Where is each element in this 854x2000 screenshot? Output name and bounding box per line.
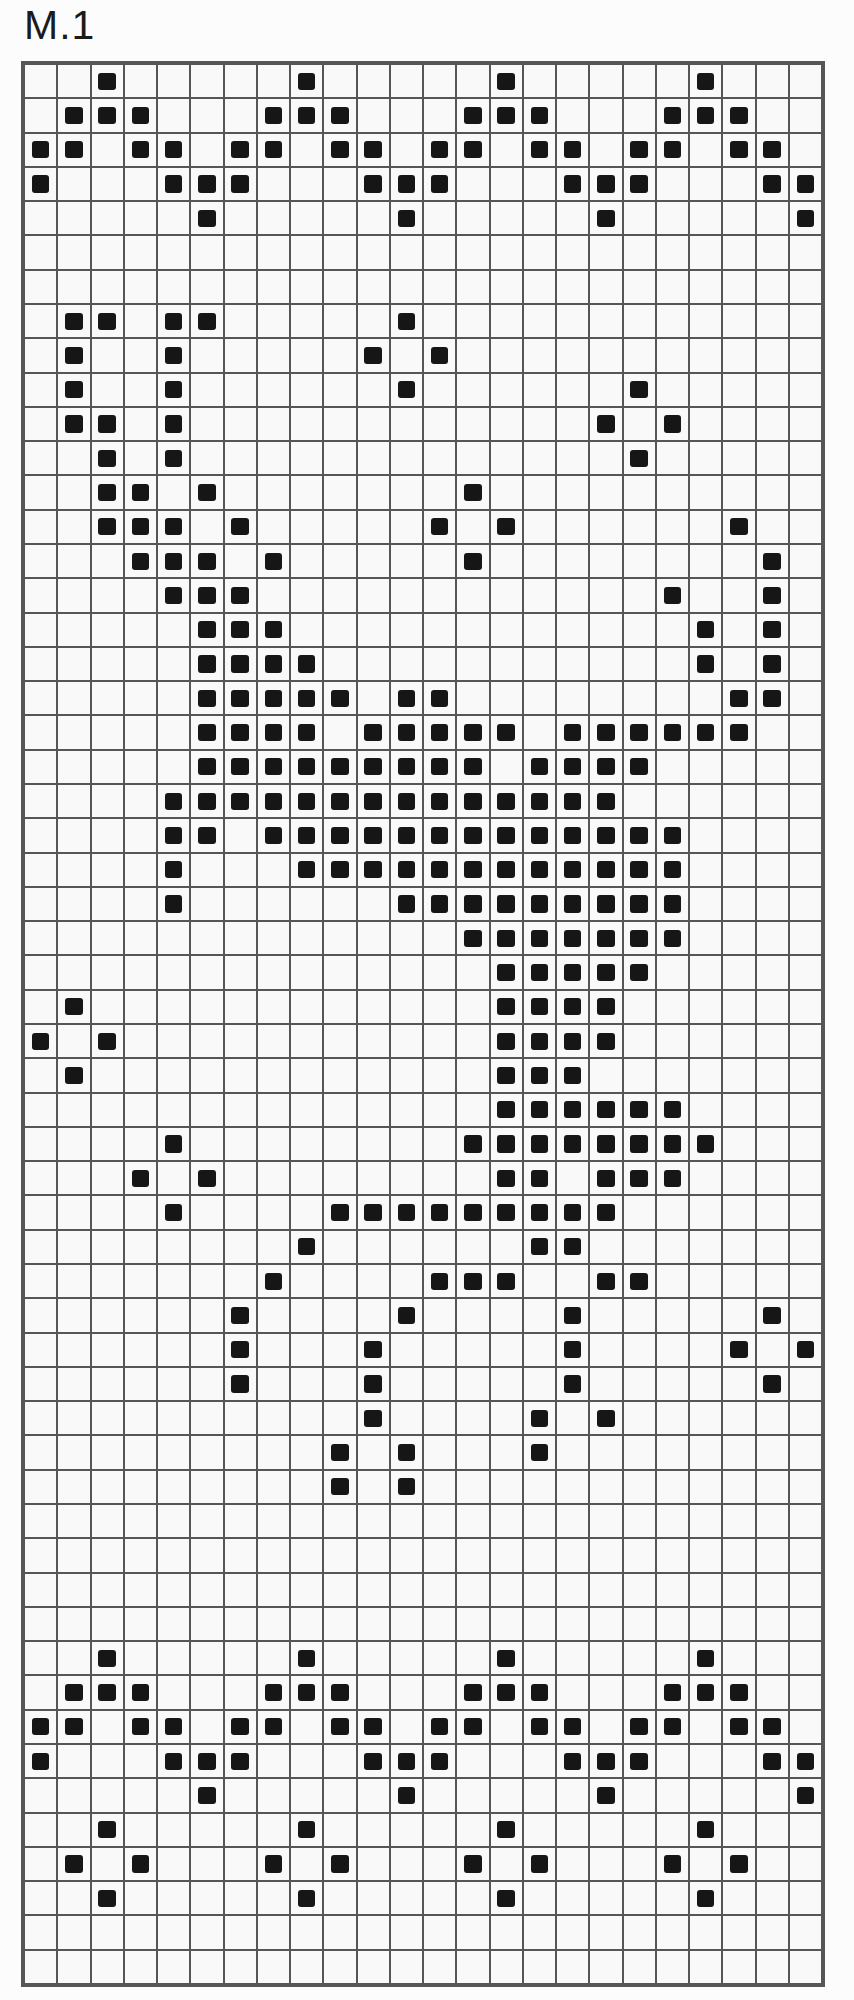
grid-cell-r46c15 — [490, 1607, 523, 1641]
grid-cell-r32c20 — [656, 1127, 689, 1161]
grid-cell-r27c22 — [722, 955, 755, 989]
grid-cell-r17c9 — [290, 613, 323, 647]
grid-cell-r51c12 — [390, 1778, 423, 1812]
grid-cell-r23c24 — [789, 818, 822, 852]
grid-cell-r47c3 — [91, 1641, 124, 1675]
grid-cell-r9c20 — [656, 338, 689, 372]
grid-cell-r52c2 — [57, 1813, 90, 1847]
grid-cell-r22c6 — [190, 784, 223, 818]
grid-cell-r45c3 — [91, 1573, 124, 1607]
grid-cell-r47c4 — [124, 1641, 157, 1675]
grid-cell-r50c9 — [290, 1744, 323, 1778]
grid-cell-r25c23 — [756, 887, 789, 921]
grid-cell-r37c21 — [689, 1298, 722, 1332]
grid-cell-r24c9 — [290, 853, 323, 887]
grid-cell-r12c14 — [456, 441, 489, 475]
grid-cell-r20c12 — [390, 715, 423, 749]
grid-cell-r12c17 — [556, 441, 589, 475]
grid-cell-r2c12 — [390, 98, 423, 132]
grid-cell-r33c12 — [390, 1161, 423, 1195]
grid-cell-r24c14 — [456, 853, 489, 887]
grid-cell-r51c8 — [257, 1778, 290, 1812]
grid-cell-r35c9 — [290, 1230, 323, 1264]
grid-cell-r21c24 — [789, 750, 822, 784]
grid-cell-r43c8 — [257, 1504, 290, 1538]
grid-cell-r1c17 — [556, 64, 589, 98]
grid-cell-r8c23 — [756, 304, 789, 338]
grid-cell-r21c12 — [390, 750, 423, 784]
grid-cell-r27c11 — [357, 955, 390, 989]
grid-cell-r6c5 — [157, 235, 190, 269]
grid-cell-r10c10 — [323, 373, 356, 407]
grid-cell-r8c12 — [390, 304, 423, 338]
grid-cell-r49c20 — [656, 1710, 689, 1744]
grid-cell-r48c18 — [589, 1675, 622, 1709]
grid-cell-r23c21 — [689, 818, 722, 852]
grid-cell-r26c14 — [456, 921, 489, 955]
grid-cell-r50c8 — [257, 1744, 290, 1778]
grid-cell-r48c6 — [190, 1675, 223, 1709]
grid-cell-r48c1 — [24, 1675, 57, 1709]
grid-cell-r8c8 — [257, 304, 290, 338]
grid-cell-r39c3 — [91, 1367, 124, 1401]
grid-cell-r32c3 — [91, 1127, 124, 1161]
grid-cell-r18c17 — [556, 647, 589, 681]
grid-cell-r3c20 — [656, 133, 689, 167]
grid-cell-r3c10 — [323, 133, 356, 167]
grid-cell-r51c1 — [24, 1778, 57, 1812]
grid-cell-r40c16 — [523, 1401, 556, 1435]
grid-cell-r53c8 — [257, 1847, 290, 1881]
grid-cell-r25c22 — [722, 887, 755, 921]
grid-cell-r51c16 — [523, 1778, 556, 1812]
grid-cell-r53c22 — [722, 1847, 755, 1881]
grid-cell-r6c3 — [91, 235, 124, 269]
grid-cell-r10c4 — [124, 373, 157, 407]
grid-cell-r25c2 — [57, 887, 90, 921]
grid-cell-r37c20 — [656, 1298, 689, 1332]
grid-cell-r10c12 — [390, 373, 423, 407]
grid-cell-r37c12 — [390, 1298, 423, 1332]
grid-cell-r47c20 — [656, 1641, 689, 1675]
grid-cell-r34c14 — [456, 1195, 489, 1229]
grid-cell-r40c24 — [789, 1401, 822, 1435]
grid-cell-r53c19 — [623, 1847, 656, 1881]
grid-cell-r55c22 — [722, 1915, 755, 1949]
grid-cell-r21c22 — [722, 750, 755, 784]
grid-cell-r24c6 — [190, 853, 223, 887]
grid-cell-r36c2 — [57, 1264, 90, 1298]
grid-cell-r46c22 — [722, 1607, 755, 1641]
grid-cell-r40c22 — [722, 1401, 755, 1435]
grid-cell-r29c23 — [756, 1024, 789, 1058]
grid-cell-r37c24 — [789, 1298, 822, 1332]
grid-cell-r7c20 — [656, 270, 689, 304]
grid-cell-r28c12 — [390, 990, 423, 1024]
grid-cell-r54c8 — [257, 1881, 290, 1915]
grid-cell-r12c12 — [390, 441, 423, 475]
grid-cell-r34c11 — [357, 1195, 390, 1229]
grid-cell-r1c23 — [756, 64, 789, 98]
grid-cell-r48c13 — [423, 1675, 456, 1709]
grid-cell-r34c19 — [623, 1195, 656, 1229]
grid-cell-r53c15 — [490, 1847, 523, 1881]
grid-cell-r31c7 — [224, 1093, 257, 1127]
grid-cell-r29c13 — [423, 1024, 456, 1058]
grid-cell-r39c20 — [656, 1367, 689, 1401]
grid-cell-r38c1 — [24, 1333, 57, 1367]
grid-cell-r38c13 — [423, 1333, 456, 1367]
grid-cell-r41c11 — [357, 1435, 390, 1469]
grid-cell-r56c16 — [523, 1950, 556, 1984]
grid-cell-r37c22 — [722, 1298, 755, 1332]
grid-cell-r26c19 — [623, 921, 656, 955]
grid-cell-r4c6 — [190, 167, 223, 201]
grid-cell-r5c12 — [390, 201, 423, 235]
grid-cell-r27c16 — [523, 955, 556, 989]
grid-cell-r47c21 — [689, 1641, 722, 1675]
grid-cell-r5c22 — [722, 201, 755, 235]
grid-cell-r35c4 — [124, 1230, 157, 1264]
grid-cell-r2c22 — [722, 98, 755, 132]
grid-cell-r53c10 — [323, 1847, 356, 1881]
grid-cell-r34c8 — [257, 1195, 290, 1229]
grid-cell-r26c2 — [57, 921, 90, 955]
grid-cell-r42c22 — [722, 1470, 755, 1504]
grid-cell-r16c22 — [722, 578, 755, 612]
grid-cell-r36c8 — [257, 1264, 290, 1298]
grid-cell-r34c7 — [224, 1195, 257, 1229]
grid-cell-r13c13 — [423, 475, 456, 509]
grid-cell-r36c22 — [722, 1264, 755, 1298]
grid-cell-r54c18 — [589, 1881, 622, 1915]
grid-cell-r16c5 — [157, 578, 190, 612]
grid-cell-r54c4 — [124, 1881, 157, 1915]
grid-cell-r11c1 — [24, 407, 57, 441]
grid-cell-r29c16 — [523, 1024, 556, 1058]
grid-cell-r34c3 — [91, 1195, 124, 1229]
grid-cell-r17c14 — [456, 613, 489, 647]
grid-cell-r46c20 — [656, 1607, 689, 1641]
grid-cell-r41c13 — [423, 1435, 456, 1469]
grid-cell-r43c23 — [756, 1504, 789, 1538]
grid-cell-r46c3 — [91, 1607, 124, 1641]
grid-cell-r50c4 — [124, 1744, 157, 1778]
grid-cell-r31c4 — [124, 1093, 157, 1127]
grid-cell-r54c14 — [456, 1881, 489, 1915]
grid-cell-r42c8 — [257, 1470, 290, 1504]
grid-cell-r2c9 — [290, 98, 323, 132]
grid-cell-r27c21 — [689, 955, 722, 989]
grid-cell-r24c23 — [756, 853, 789, 887]
grid-cell-r13c1 — [24, 475, 57, 509]
grid-cell-r2c4 — [124, 98, 157, 132]
grid-cell-r32c22 — [722, 1127, 755, 1161]
grid-cell-r35c20 — [656, 1230, 689, 1264]
grid-cell-r35c1 — [24, 1230, 57, 1264]
grid-cell-r36c9 — [290, 1264, 323, 1298]
grid-cell-r49c4 — [124, 1710, 157, 1744]
grid-cell-r8c3 — [91, 304, 124, 338]
grid-cell-r30c7 — [224, 1058, 257, 1092]
grid-cell-r56c14 — [456, 1950, 489, 1984]
grid-cell-r49c9 — [290, 1710, 323, 1744]
grid-cell-r51c7 — [224, 1778, 257, 1812]
grid-cell-r1c14 — [456, 64, 489, 98]
grid-cell-r3c8 — [257, 133, 290, 167]
grid-cell-r48c19 — [623, 1675, 656, 1709]
grid-cell-r55c5 — [157, 1915, 190, 1949]
grid-cell-r41c14 — [456, 1435, 489, 1469]
grid-cell-r11c4 — [124, 407, 157, 441]
grid-cell-r19c24 — [789, 681, 822, 715]
grid-cell-r52c20 — [656, 1813, 689, 1847]
grid-cell-r10c13 — [423, 373, 456, 407]
grid-cell-r42c11 — [357, 1470, 390, 1504]
grid-cell-r15c17 — [556, 544, 589, 578]
grid-cell-r30c17 — [556, 1058, 589, 1092]
grid-cell-r16c9 — [290, 578, 323, 612]
grid-cell-r34c20 — [656, 1195, 689, 1229]
grid-cell-r41c20 — [656, 1435, 689, 1469]
grid-cell-r53c5 — [157, 1847, 190, 1881]
grid-cell-r35c22 — [722, 1230, 755, 1264]
grid-cell-r17c1 — [24, 613, 57, 647]
grid-cell-r33c16 — [523, 1161, 556, 1195]
grid-cell-r14c13 — [423, 510, 456, 544]
grid-cell-r32c19 — [623, 1127, 656, 1161]
grid-cell-r51c14 — [456, 1778, 489, 1812]
grid-cell-r32c11 — [357, 1127, 390, 1161]
grid-cell-r9c21 — [689, 338, 722, 372]
grid-cell-r11c6 — [190, 407, 223, 441]
grid-cell-r27c20 — [656, 955, 689, 989]
grid-cell-r39c1 — [24, 1367, 57, 1401]
grid-cell-r56c7 — [224, 1950, 257, 1984]
grid-cell-r52c14 — [456, 1813, 489, 1847]
grid-cell-r13c6 — [190, 475, 223, 509]
grid-cell-r42c9 — [290, 1470, 323, 1504]
grid-cell-r34c6 — [190, 1195, 223, 1229]
grid-cell-r52c15 — [490, 1813, 523, 1847]
grid-cell-r50c15 — [490, 1744, 523, 1778]
grid-cell-r49c11 — [357, 1710, 390, 1744]
grid-cell-r31c18 — [589, 1093, 622, 1127]
grid-cell-r6c23 — [756, 235, 789, 269]
grid-cell-r20c11 — [357, 715, 390, 749]
grid-cell-r52c10 — [323, 1813, 356, 1847]
grid-cell-r44c22 — [722, 1538, 755, 1572]
grid-cell-r34c1 — [24, 1195, 57, 1229]
grid-cell-r27c6 — [190, 955, 223, 989]
grid-cell-r36c18 — [589, 1264, 622, 1298]
grid-cell-r3c9 — [290, 133, 323, 167]
grid-cell-r13c19 — [623, 475, 656, 509]
grid-cell-r12c18 — [589, 441, 622, 475]
grid-cell-r41c16 — [523, 1435, 556, 1469]
grid-cell-r47c19 — [623, 1641, 656, 1675]
grid-cell-r35c11 — [357, 1230, 390, 1264]
grid-cell-r10c19 — [623, 373, 656, 407]
grid-cell-r11c15 — [490, 407, 523, 441]
grid-cell-r17c7 — [224, 613, 257, 647]
grid-cell-r23c2 — [57, 818, 90, 852]
grid-cell-r47c9 — [290, 1641, 323, 1675]
grid-cell-r15c4 — [124, 544, 157, 578]
grid-cell-r2c10 — [323, 98, 356, 132]
grid-cell-r53c6 — [190, 1847, 223, 1881]
grid-cell-r9c8 — [257, 338, 290, 372]
grid-cell-r13c18 — [589, 475, 622, 509]
grid-cell-r30c12 — [390, 1058, 423, 1092]
grid-cell-r38c4 — [124, 1333, 157, 1367]
grid-cell-r25c8 — [257, 887, 290, 921]
grid-cell-r7c4 — [124, 270, 157, 304]
grid-cell-r14c3 — [91, 510, 124, 544]
grid-cell-r54c1 — [24, 1881, 57, 1915]
grid-cell-r40c3 — [91, 1401, 124, 1435]
grid-cell-r27c18 — [589, 955, 622, 989]
grid-cell-r36c20 — [656, 1264, 689, 1298]
grid-cell-r14c4 — [124, 510, 157, 544]
grid-cell-r1c21 — [689, 64, 722, 98]
grid-cell-r51c23 — [756, 1778, 789, 1812]
grid-cell-r11c8 — [257, 407, 290, 441]
grid-cell-r13c21 — [689, 475, 722, 509]
grid-cell-r48c21 — [689, 1675, 722, 1709]
grid-cell-r8c19 — [623, 304, 656, 338]
grid-cell-r50c14 — [456, 1744, 489, 1778]
grid-cell-r25c18 — [589, 887, 622, 921]
grid-cell-r44c3 — [91, 1538, 124, 1572]
grid-cell-r7c22 — [722, 270, 755, 304]
grid-cell-r34c12 — [390, 1195, 423, 1229]
grid-cell-r15c18 — [589, 544, 622, 578]
grid-cell-r45c16 — [523, 1573, 556, 1607]
grid-cell-r33c15 — [490, 1161, 523, 1195]
grid-cell-r30c4 — [124, 1058, 157, 1092]
grid-cell-r26c21 — [689, 921, 722, 955]
grid-cell-r30c22 — [722, 1058, 755, 1092]
grid-cell-r14c9 — [290, 510, 323, 544]
grid-cell-r43c15 — [490, 1504, 523, 1538]
grid-cell-r46c21 — [689, 1607, 722, 1641]
grid-cell-r3c2 — [57, 133, 90, 167]
grid-cell-r1c24 — [789, 64, 822, 98]
grid-cell-r36c17 — [556, 1264, 589, 1298]
grid-cell-r8c24 — [789, 304, 822, 338]
grid-cell-r43c12 — [390, 1504, 423, 1538]
grid-cell-r47c14 — [456, 1641, 489, 1675]
grid-cell-r54c11 — [357, 1881, 390, 1915]
grid-cell-r16c10 — [323, 578, 356, 612]
grid-cell-r42c6 — [190, 1470, 223, 1504]
grid-cell-r49c1 — [24, 1710, 57, 1744]
grid-cell-r1c11 — [357, 64, 390, 98]
grid-cell-r44c17 — [556, 1538, 589, 1572]
grid-cell-r35c19 — [623, 1230, 656, 1264]
grid-cell-r27c2 — [57, 955, 90, 989]
grid-cell-r14c15 — [490, 510, 523, 544]
grid-cell-r40c5 — [157, 1401, 190, 1435]
grid-cell-r39c14 — [456, 1367, 489, 1401]
grid-cell-r56c21 — [689, 1950, 722, 1984]
grid-cell-r12c16 — [523, 441, 556, 475]
grid-cell-r17c20 — [656, 613, 689, 647]
grid-cell-r54c7 — [224, 1881, 257, 1915]
grid-cell-r34c23 — [756, 1195, 789, 1229]
grid-cell-r14c1 — [24, 510, 57, 544]
grid-cell-r49c17 — [556, 1710, 589, 1744]
grid-cell-r12c22 — [722, 441, 755, 475]
grid-cell-r4c17 — [556, 167, 589, 201]
grid-cell-r50c3 — [91, 1744, 124, 1778]
grid-cell-r37c1 — [24, 1298, 57, 1332]
grid-cell-r29c10 — [323, 1024, 356, 1058]
grid-cell-r34c21 — [689, 1195, 722, 1229]
grid-cell-r15c20 — [656, 544, 689, 578]
grid-cell-r8c1 — [24, 304, 57, 338]
grid-cell-r3c21 — [689, 133, 722, 167]
grid-cell-r26c15 — [490, 921, 523, 955]
grid-cell-r50c16 — [523, 1744, 556, 1778]
grid-cell-r55c24 — [789, 1915, 822, 1949]
grid-cell-r17c3 — [91, 613, 124, 647]
grid-cell-r43c9 — [290, 1504, 323, 1538]
grid-cell-r18c3 — [91, 647, 124, 681]
grid-cell-r23c3 — [91, 818, 124, 852]
grid-cell-r49c15 — [490, 1710, 523, 1744]
grid-cell-r53c13 — [423, 1847, 456, 1881]
grid-cell-r41c9 — [290, 1435, 323, 1469]
grid-cell-r55c14 — [456, 1915, 489, 1949]
grid-cell-r28c19 — [623, 990, 656, 1024]
grid-cell-r21c6 — [190, 750, 223, 784]
grid-cell-r39c6 — [190, 1367, 223, 1401]
grid-cell-r30c23 — [756, 1058, 789, 1092]
grid-cell-r34c16 — [523, 1195, 556, 1229]
grid-cell-r55c8 — [257, 1915, 290, 1949]
grid-cell-r32c4 — [124, 1127, 157, 1161]
grid-cell-r53c1 — [24, 1847, 57, 1881]
grid-cell-r50c11 — [357, 1744, 390, 1778]
grid-cell-r56c20 — [656, 1950, 689, 1984]
grid-cell-r37c9 — [290, 1298, 323, 1332]
grid-cell-r6c21 — [689, 235, 722, 269]
grid-cell-r28c15 — [490, 990, 523, 1024]
grid-cell-r4c19 — [623, 167, 656, 201]
grid-cell-r52c23 — [756, 1813, 789, 1847]
grid-cell-r53c16 — [523, 1847, 556, 1881]
grid-cell-r38c20 — [656, 1333, 689, 1367]
grid-cell-r13c12 — [390, 475, 423, 509]
grid-cell-r20c16 — [523, 715, 556, 749]
grid-cell-r21c17 — [556, 750, 589, 784]
grid-cell-r30c21 — [689, 1058, 722, 1092]
grid-cell-r40c10 — [323, 1401, 356, 1435]
grid-cell-r1c12 — [390, 64, 423, 98]
grid-cell-r18c24 — [789, 647, 822, 681]
grid-cell-r39c4 — [124, 1367, 157, 1401]
grid-cell-r5c18 — [589, 201, 622, 235]
grid-cell-r50c10 — [323, 1744, 356, 1778]
grid-cell-r31c24 — [789, 1093, 822, 1127]
grid-cell-r14c8 — [257, 510, 290, 544]
grid-cell-r46c23 — [756, 1607, 789, 1641]
grid-cell-r22c11 — [357, 784, 390, 818]
grid-cell-r13c5 — [157, 475, 190, 509]
grid-cell-r41c2 — [57, 1435, 90, 1469]
